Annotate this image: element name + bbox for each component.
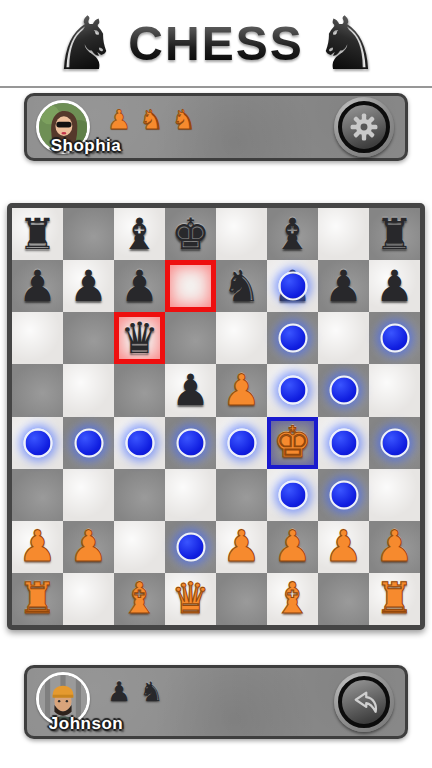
square-b5[interactable] bbox=[63, 364, 114, 416]
black-pawn[interactable]: ♟ bbox=[69, 265, 108, 308]
black-bishop[interactable]: ♝ bbox=[120, 213, 159, 256]
undo-button[interactable] bbox=[334, 672, 394, 732]
white-pawn[interactable]: ♟ bbox=[222, 525, 261, 568]
chess-app-screen: ♞ CHESS ♞ Shophia ♟♞♞ bbox=[0, 0, 432, 768]
square-d1[interactable]: ♛ bbox=[165, 573, 216, 625]
black-pawn[interactable]: ♟ bbox=[324, 265, 363, 308]
captured-white-knight: ♞ bbox=[171, 106, 195, 133]
square-a6[interactable] bbox=[12, 312, 63, 364]
white-pawn[interactable]: ♟ bbox=[324, 525, 363, 568]
black-pawn[interactable]: ♟ bbox=[171, 369, 210, 412]
white-queen[interactable]: ♛ bbox=[171, 577, 210, 620]
square-h5[interactable] bbox=[369, 364, 420, 416]
settings-button-inner bbox=[338, 101, 390, 153]
move-dot[interactable] bbox=[23, 428, 52, 457]
square-c7[interactable]: ♟ bbox=[114, 260, 165, 312]
square-f4[interactable]: ♚ bbox=[267, 417, 318, 469]
header-divider bbox=[0, 86, 432, 88]
app-header: ♞ CHESS ♞ bbox=[0, 0, 432, 86]
square-f6[interactable] bbox=[267, 312, 318, 364]
square-e7[interactable]: ♞ bbox=[216, 260, 267, 312]
square-h2[interactable]: ♟ bbox=[369, 521, 420, 573]
move-dot[interactable] bbox=[176, 428, 205, 457]
square-g3[interactable] bbox=[318, 469, 369, 521]
undo-button-inner bbox=[338, 676, 390, 728]
white-rook[interactable]: ♜ bbox=[375, 577, 414, 620]
square-d6[interactable] bbox=[165, 312, 216, 364]
square-d8[interactable]: ♚ bbox=[165, 208, 216, 260]
square-b4[interactable] bbox=[63, 417, 114, 469]
move-dot[interactable] bbox=[278, 324, 307, 353]
square-e1[interactable] bbox=[216, 573, 267, 625]
white-rook[interactable]: ♜ bbox=[18, 577, 57, 620]
square-d5[interactable]: ♟ bbox=[165, 364, 216, 416]
captured-pieces-bottom: ♟♞ bbox=[107, 673, 163, 705]
app-title: CHESS bbox=[124, 16, 307, 71]
square-e2[interactable]: ♟ bbox=[216, 521, 267, 573]
move-dot[interactable] bbox=[74, 428, 103, 457]
square-e6[interactable] bbox=[216, 312, 267, 364]
player-name-top: Shophia bbox=[19, 136, 153, 156]
black-queen[interactable]: ♛ bbox=[120, 317, 159, 360]
square-g6[interactable] bbox=[318, 312, 369, 364]
square-f5[interactable] bbox=[267, 364, 318, 416]
square-b2[interactable]: ♟ bbox=[63, 521, 114, 573]
square-f8[interactable]: ♝ bbox=[267, 208, 318, 260]
square-e4[interactable] bbox=[216, 417, 267, 469]
square-b7[interactable]: ♟ bbox=[63, 260, 114, 312]
square-c3[interactable] bbox=[114, 469, 165, 521]
square-d2[interactable] bbox=[165, 521, 216, 573]
square-c6[interactable]: ♛ bbox=[114, 312, 165, 364]
square-h6[interactable] bbox=[369, 312, 420, 364]
square-g7[interactable]: ♟ bbox=[318, 260, 369, 312]
black-bishop[interactable]: ♝ bbox=[273, 213, 312, 256]
move-dot[interactable] bbox=[278, 272, 307, 301]
player-name-bottom: Johnson bbox=[19, 714, 153, 734]
black-rook[interactable]: ♜ bbox=[375, 213, 414, 256]
white-pawn[interactable]: ♟ bbox=[222, 369, 261, 412]
captured-black-pawn: ♟ bbox=[107, 678, 131, 705]
square-f2[interactable]: ♟ bbox=[267, 521, 318, 573]
white-pawn[interactable]: ♟ bbox=[18, 525, 57, 568]
square-b1[interactable] bbox=[63, 573, 114, 625]
square-e5[interactable]: ♟ bbox=[216, 364, 267, 416]
white-pawn[interactable]: ♟ bbox=[375, 525, 414, 568]
white-king[interactable]: ♚ bbox=[273, 421, 312, 464]
square-g8[interactable] bbox=[318, 208, 369, 260]
move-dot[interactable] bbox=[125, 428, 154, 457]
square-e3[interactable] bbox=[216, 469, 267, 521]
square-g4[interactable] bbox=[318, 417, 369, 469]
black-pawn[interactable]: ♟ bbox=[120, 265, 159, 308]
square-d4[interactable] bbox=[165, 417, 216, 469]
square-g2[interactable]: ♟ bbox=[318, 521, 369, 573]
move-dot[interactable] bbox=[278, 480, 307, 509]
gear-icon bbox=[349, 112, 379, 142]
square-b6[interactable] bbox=[63, 312, 114, 364]
square-e8[interactable] bbox=[216, 208, 267, 260]
back-arrow-icon bbox=[346, 684, 382, 720]
move-dot[interactable] bbox=[329, 480, 358, 509]
black-rook[interactable]: ♜ bbox=[18, 213, 57, 256]
square-c8[interactable]: ♝ bbox=[114, 208, 165, 260]
square-h4[interactable] bbox=[369, 417, 420, 469]
square-a5[interactable] bbox=[12, 364, 63, 416]
move-dot[interactable] bbox=[176, 532, 205, 561]
square-f3[interactable] bbox=[267, 469, 318, 521]
white-bishop[interactable]: ♝ bbox=[273, 577, 312, 620]
square-c2[interactable] bbox=[114, 521, 165, 573]
move-dot[interactable] bbox=[329, 428, 358, 457]
square-f1[interactable]: ♝ bbox=[267, 573, 318, 625]
square-h7[interactable]: ♟ bbox=[369, 260, 420, 312]
move-dot[interactable] bbox=[380, 428, 409, 457]
square-a4[interactable] bbox=[12, 417, 63, 469]
white-pawn[interactable]: ♟ bbox=[69, 525, 108, 568]
square-a7[interactable]: ♟ bbox=[12, 260, 63, 312]
black-pawn[interactable]: ♟ bbox=[18, 265, 57, 308]
player-bar-bottom: Johnson ♟♞ bbox=[24, 665, 408, 739]
square-g1[interactable] bbox=[318, 573, 369, 625]
move-dot[interactable] bbox=[329, 376, 358, 405]
captured-white-pawn: ♟ bbox=[107, 106, 131, 133]
captured-white-knight: ♞ bbox=[139, 106, 163, 133]
captured-pieces-top: ♟♞♞ bbox=[107, 101, 196, 133]
settings-button[interactable] bbox=[334, 97, 394, 157]
move-dot[interactable] bbox=[278, 376, 307, 405]
white-pawn[interactable]: ♟ bbox=[273, 525, 312, 568]
square-h1[interactable]: ♜ bbox=[369, 573, 420, 625]
square-b8[interactable] bbox=[63, 208, 114, 260]
square-g5[interactable] bbox=[318, 364, 369, 416]
knight-logo-right-icon: ♞ bbox=[314, 6, 380, 80]
white-bishop[interactable]: ♝ bbox=[120, 577, 159, 620]
square-h8[interactable]: ♜ bbox=[369, 208, 420, 260]
player-bar-top: Shophia ♟♞♞ bbox=[24, 93, 408, 161]
square-b3[interactable] bbox=[63, 469, 114, 521]
square-h3[interactable] bbox=[369, 469, 420, 521]
black-pawn[interactable]: ♟ bbox=[375, 265, 414, 308]
move-dot[interactable] bbox=[380, 324, 409, 353]
captured-black-knight: ♞ bbox=[139, 678, 163, 705]
board-grid: ♜♝♚♝♜♟♟♟♞♟♟♟♛♟♟♚♟♟♟♟♟♟♜♝♛♝♜ bbox=[12, 208, 420, 625]
black-knight[interactable]: ♞ bbox=[222, 265, 261, 308]
square-a8[interactable]: ♜ bbox=[12, 208, 63, 260]
chess-board: ♜♝♚♝♜♟♟♟♞♟♟♟♛♟♟♚♟♟♟♟♟♟♜♝♛♝♜ bbox=[7, 203, 425, 630]
square-d7[interactable] bbox=[165, 260, 216, 312]
square-d3[interactable] bbox=[165, 469, 216, 521]
square-c1[interactable]: ♝ bbox=[114, 573, 165, 625]
move-dot[interactable] bbox=[227, 428, 256, 457]
black-king[interactable]: ♚ bbox=[171, 213, 210, 256]
square-a3[interactable] bbox=[12, 469, 63, 521]
square-f7[interactable]: ♟ bbox=[267, 260, 318, 312]
square-a1[interactable]: ♜ bbox=[12, 573, 63, 625]
knight-logo-left-icon: ♞ bbox=[52, 6, 118, 80]
square-a2[interactable]: ♟ bbox=[12, 521, 63, 573]
square-c5[interactable] bbox=[114, 364, 165, 416]
square-c4[interactable] bbox=[114, 417, 165, 469]
